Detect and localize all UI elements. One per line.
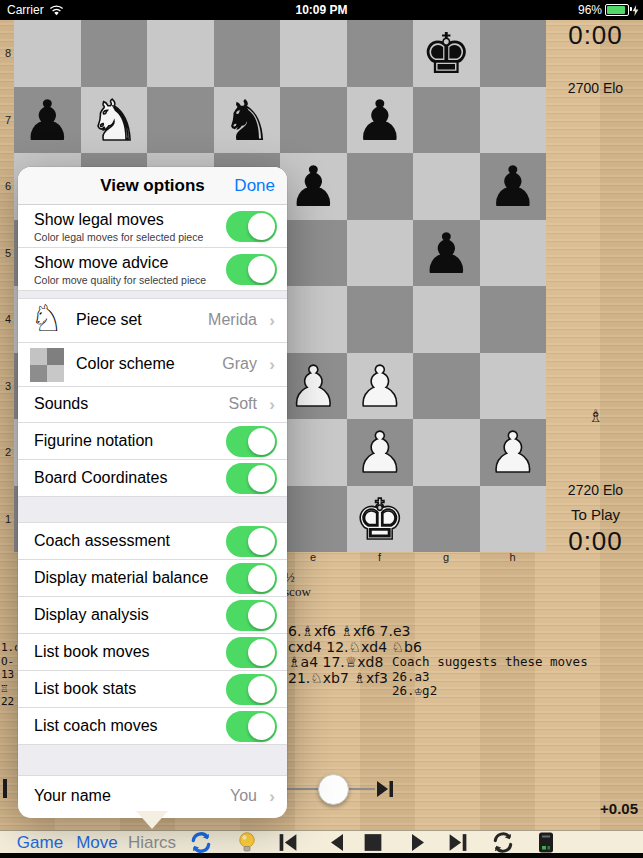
option-row-sounds[interactable]: SoundsSoft›: [18, 387, 287, 423]
rank-label-7: 7: [2, 114, 14, 126]
chevron-right-icon: ›: [269, 395, 275, 415]
battery-percent: 96%: [578, 3, 602, 17]
option-value: Merida: [208, 311, 257, 329]
toggle-list-book-moves-on[interactable]: [226, 637, 277, 668]
option-row-list-coach-moves[interactable]: List coach moves: [18, 708, 287, 745]
charging-bolt-icon: [632, 5, 639, 16]
popover-header: View options Done: [18, 167, 287, 205]
square-f3[interactable]: ♟: [347, 353, 414, 420]
square-g1[interactable]: [413, 486, 480, 553]
black-pawn[interactable]: ♟: [280, 153, 347, 220]
option-row-show-legal-moves[interactable]: Color legal moves for selected pieceShow…: [18, 205, 287, 248]
square-g2[interactable]: [413, 419, 480, 486]
square-a7[interactable]: ♟: [14, 87, 81, 154]
square-a8[interactable]: [14, 20, 81, 87]
done-button[interactable]: Done: [234, 176, 275, 196]
square-f1[interactable]: ♚: [347, 486, 414, 553]
option-row-list-book-moves[interactable]: List book moves: [18, 634, 287, 671]
white-pawn[interactable]: ♟: [280, 353, 347, 420]
toggle-show-legal-moves-on[interactable]: [226, 211, 277, 242]
option-value: Gray: [222, 355, 257, 373]
square-c7[interactable]: [147, 87, 214, 154]
battery-icon: [605, 4, 629, 16]
toggle-list-book-stats-on[interactable]: [226, 674, 277, 705]
white-pawn[interactable]: ♟: [480, 419, 547, 486]
coach-title: Coach suggests these moves: [392, 655, 588, 670]
option-label: Piece set: [76, 311, 142, 329]
option-label: Figurine notation: [34, 432, 153, 450]
black-pawn[interactable]: ♟: [413, 220, 480, 287]
square-c8[interactable]: [147, 20, 214, 87]
square-e3[interactable]: ♟: [280, 353, 347, 420]
to-play-label: To Play: [548, 506, 643, 523]
move-list-fragments: 1.dO-13♖22: [1, 641, 17, 709]
square-f4[interactable]: [347, 286, 414, 353]
square-h7[interactable]: [480, 87, 547, 154]
white-pawn[interactable]: ♟: [347, 353, 414, 420]
rank-label-4: 4: [2, 313, 14, 325]
option-row-list-book-stats[interactable]: List book stats: [18, 671, 287, 708]
square-h6[interactable]: ♟: [480, 153, 547, 220]
square-f6[interactable]: [347, 153, 414, 220]
option-label: List book stats: [34, 680, 136, 698]
option-row-show-move-advice[interactable]: Color move quality for selected pieceSho…: [18, 248, 287, 291]
square-e1[interactable]: [280, 486, 347, 553]
skip-to-start-fragment-icon[interactable]: [3, 779, 7, 798]
clock-time: 10:09 PM: [0, 3, 643, 17]
square-b8[interactable]: [81, 20, 148, 87]
white-pawn[interactable]: ♟: [347, 419, 414, 486]
toggle-display-analysis-on[interactable]: [226, 600, 277, 631]
square-g5[interactable]: ♟: [413, 220, 480, 287]
square-h5[interactable]: [480, 220, 547, 287]
knight-icon: ♘: [30, 297, 63, 340]
rank-label-6: 6: [2, 180, 14, 192]
white-knight[interactable]: ♞: [81, 87, 148, 154]
move-list-fragment: 22: [1, 695, 17, 709]
square-h2[interactable]: ♟: [480, 419, 547, 486]
rank-label-8: 8: [2, 47, 14, 59]
black-knight[interactable]: ♞: [214, 87, 281, 154]
square-d7[interactable]: ♞: [214, 87, 281, 154]
bottom-toolbar: GameMoveHiarcs: [0, 830, 643, 854]
file-label-h: h: [480, 551, 546, 563]
bottom-edge: [0, 853, 643, 858]
view-options-popover: View options Done Color legal moves for …: [18, 167, 287, 812]
skip-to-end-mini-icon[interactable]: [374, 778, 396, 804]
square-g3[interactable]: [413, 353, 480, 420]
option-value: Soft: [229, 395, 257, 413]
option-row-board-coordinates[interactable]: Board Coordinates: [18, 460, 287, 497]
chevron-right-icon: ›: [269, 311, 275, 331]
game-menu-button[interactable]: Game: [17, 832, 63, 853]
book-move-line: 6.♗xf6 ♗xf6 7.e3: [288, 624, 422, 640]
move-list-fragment: 1.d: [1, 641, 17, 655]
option-label: Display analysis: [34, 606, 149, 624]
material-balance-bishop-icon: ♗: [548, 406, 643, 426]
option-subtitle: Color legal moves for selected piece: [34, 231, 203, 243]
chevron-right-icon: ›: [269, 787, 275, 807]
option-row-piece-set[interactable]: ♘Piece setMerida›: [18, 299, 287, 343]
option-label: Show legal moves: [34, 211, 164, 229]
option-label: List book moves: [34, 643, 150, 661]
black-pawn[interactable]: ♟: [347, 87, 414, 154]
square-g8[interactable]: ♚: [413, 20, 480, 87]
white-king[interactable]: ♚: [347, 486, 414, 553]
option-subtitle: Color move quality for selected piece: [34, 274, 206, 286]
rank-label-5: 5: [2, 247, 14, 259]
white-clock: 0:00: [548, 526, 643, 557]
square-e8[interactable]: [280, 20, 347, 87]
option-label: Sounds: [34, 395, 88, 413]
square-e7[interactable]: [280, 87, 347, 154]
popover-arrow: [136, 811, 168, 829]
file-label-e: e: [280, 551, 346, 563]
white-elo: 2720 Elo: [548, 482, 643, 498]
square-e6[interactable]: ♟: [280, 153, 347, 220]
option-row-display-analysis[interactable]: Display analysis: [18, 597, 287, 634]
rank-label-3: 3: [2, 380, 14, 392]
black-pawn[interactable]: ♟: [14, 87, 81, 154]
square-h8[interactable]: [480, 20, 547, 87]
square-f2[interactable]: ♟: [347, 419, 414, 486]
option-label: List coach moves: [34, 717, 158, 735]
coach-move: 26.a3: [392, 670, 588, 685]
section-separator: [18, 497, 287, 523]
app-screen: Carrier 10:09 PM 96% ♚♟♞♞♟♟♟♟♟♟♟♟♚ 87654…: [0, 0, 643, 858]
square-e4[interactable]: [280, 286, 347, 353]
toggle-figurine-notation-on[interactable]: [226, 426, 277, 457]
option-label: Show move advice: [34, 254, 168, 272]
square-f5[interactable]: [347, 220, 414, 287]
option-label: Color scheme: [76, 355, 175, 373]
option-row-display-material-balance[interactable]: Display material balance: [18, 560, 287, 597]
section-separator: [18, 745, 287, 776]
option-row-coach-assessment[interactable]: Coach assessment: [18, 523, 287, 560]
toggle-show-move-advice-on[interactable]: [226, 254, 277, 285]
black-pawn[interactable]: ♟: [480, 153, 547, 220]
book-move-line: cxd4 12.♘xd4 ♘b6: [288, 640, 422, 656]
rank-label-2: 2: [2, 446, 14, 458]
square-b7[interactable]: ♞: [81, 87, 148, 154]
square-g4[interactable]: [413, 286, 480, 353]
coach-suggestions: Coach suggests these moves26.a326.♔g2: [392, 655, 588, 699]
black-elo: 2700 Elo: [548, 80, 643, 96]
square-e2[interactable]: [280, 419, 347, 486]
square-d8[interactable]: [214, 20, 281, 87]
move-list-fragment: ♖: [1, 682, 17, 696]
move-list-fragment: 13: [1, 668, 17, 682]
option-row-figurine-notation[interactable]: Figurine notation: [18, 423, 287, 460]
square-h3[interactable]: [480, 353, 547, 420]
square-h4[interactable]: [480, 286, 547, 353]
square-f8[interactable]: [347, 20, 414, 87]
black-king[interactable]: ♚: [413, 20, 480, 87]
move-list-fragment: O-: [1, 655, 17, 669]
file-label-g: g: [413, 551, 479, 563]
game-position-slider-thumb[interactable]: [318, 774, 349, 805]
square-e5[interactable]: [280, 220, 347, 287]
hiarcs-menu-button[interactable]: Hiarcs: [128, 832, 176, 853]
file-label-f: f: [347, 551, 413, 563]
status-bar: Carrier 10:09 PM 96%: [0, 0, 643, 20]
toggle-coach-assessment-on[interactable]: [226, 526, 277, 557]
toggle-list-coach-moves-on[interactable]: [226, 711, 277, 742]
square-g7[interactable]: [413, 87, 480, 154]
option-label: Display material balance: [34, 569, 208, 587]
black-clock: 0:00: [548, 20, 643, 51]
rank-label-1: 1: [2, 513, 14, 525]
coach-move: 26.♔g2: [392, 684, 588, 699]
option-value: You: [230, 787, 257, 805]
square-h1[interactable]: [480, 486, 547, 553]
toggle-board-coordinates-on[interactable]: [226, 463, 277, 494]
option-label: Your name: [34, 787, 111, 805]
square-f7[interactable]: ♟: [347, 87, 414, 154]
option-label: Board Coordinates: [34, 469, 167, 487]
toggle-display-material-balance-on[interactable]: [226, 563, 277, 594]
engine-eval-value: +0.05: [550, 800, 638, 817]
chevron-right-icon: ›: [269, 355, 275, 375]
color-scheme-icon: [30, 348, 64, 382]
option-row-color-scheme[interactable]: Color schemeGray›: [18, 343, 287, 387]
square-g6[interactable]: [413, 153, 480, 220]
move-menu-button[interactable]: Move: [76, 832, 118, 853]
option-label: Coach assessment: [34, 532, 170, 550]
